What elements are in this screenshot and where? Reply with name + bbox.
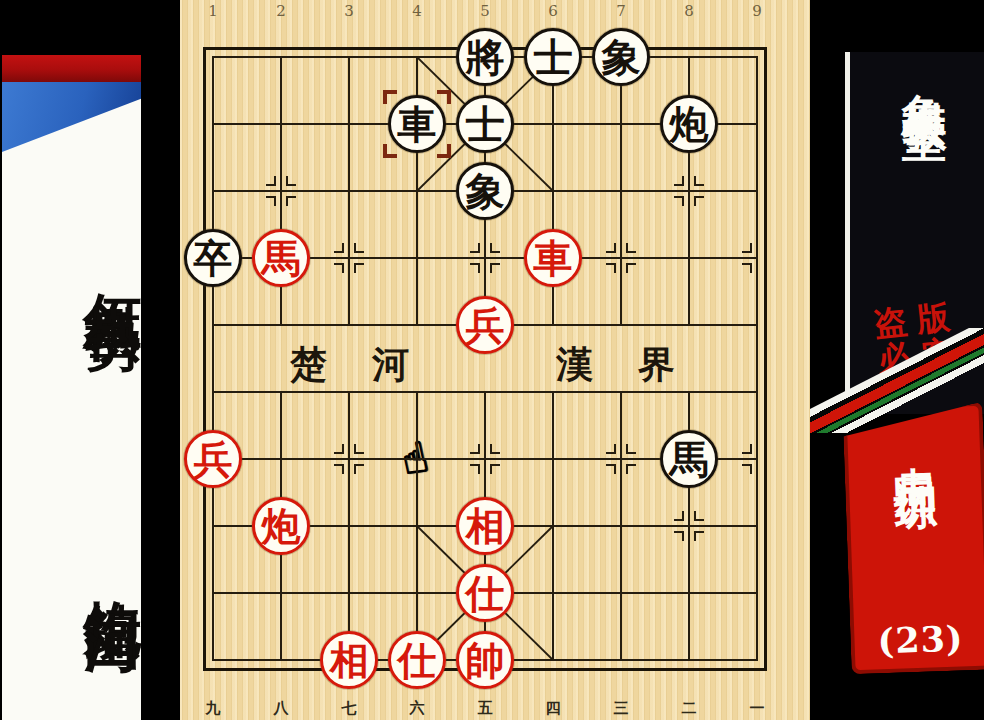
point-marker — [626, 452, 636, 454]
point-marker — [266, 196, 276, 198]
piece-black-cannon[interactable]: 炮 — [660, 95, 718, 153]
right-sidebar: 象棋教室 盗版 必究 中局训练 (23) — [810, 0, 984, 720]
file-label-bottom-3: 七 — [337, 699, 361, 717]
grid-line — [620, 56, 622, 326]
piece-black-general[interactable]: 將 — [456, 28, 514, 86]
selection-bracket — [437, 90, 451, 104]
point-marker — [694, 196, 704, 198]
point-marker — [490, 251, 500, 253]
piece-red-chariot[interactable]: 車 — [524, 229, 582, 287]
point-marker — [674, 196, 684, 198]
piece-red-cannon[interactable]: 炮 — [252, 497, 310, 555]
piece-black-elephant-1[interactable]: 象 — [592, 28, 650, 86]
point-marker — [742, 251, 752, 253]
series-label: 中局训练 — [871, 431, 958, 462]
piece-red-pawn-1[interactable]: 兵 — [456, 296, 514, 354]
selection-bracket — [437, 144, 451, 158]
piece-red-king[interactable]: 帥 — [456, 631, 514, 689]
series-number: (23) — [854, 617, 984, 663]
point-marker — [674, 519, 684, 521]
selection-bracket — [383, 144, 397, 158]
point-marker — [674, 184, 684, 186]
point-marker — [606, 452, 616, 454]
point-marker — [334, 251, 344, 253]
file-label-bottom-8: 二 — [677, 699, 701, 717]
file-label-bottom-4: 六 — [405, 699, 429, 717]
piece-black-pawn[interactable]: 卒 — [184, 229, 242, 287]
file-label-top-9: 9 — [746, 2, 768, 20]
point-marker — [626, 263, 636, 265]
file-label-top-3: 3 — [338, 2, 360, 20]
piece-black-elephant-2[interactable]: 象 — [456, 162, 514, 220]
point-marker — [286, 184, 296, 186]
point-marker — [354, 452, 364, 454]
point-marker — [470, 263, 480, 265]
point-marker — [626, 251, 636, 253]
point-marker — [470, 452, 480, 454]
grid-line — [756, 56, 758, 661]
file-label-bottom-2: 八 — [269, 699, 293, 717]
point-marker — [674, 531, 684, 533]
lesson-frame: 何為棋勢 炮鎮山河 楚河 漢界 ☝ 123456789九八七六五四三二一將士象車… — [0, 0, 984, 720]
piece-red-elephant-2[interactable]: 相 — [320, 631, 378, 689]
point-marker — [742, 263, 752, 265]
grid-line — [416, 391, 418, 661]
file-label-top-6: 6 — [542, 2, 564, 20]
point-marker — [742, 452, 752, 454]
point-marker — [694, 531, 704, 533]
point-marker — [470, 251, 480, 253]
piece-red-elephant-1[interactable]: 相 — [456, 497, 514, 555]
point-marker — [606, 263, 616, 265]
point-marker — [626, 464, 636, 466]
point-marker — [694, 184, 704, 186]
point-marker — [606, 251, 616, 253]
left-banner: 何為棋勢 炮鎮山河 — [0, 0, 180, 720]
file-label-top-8: 8 — [678, 2, 700, 20]
point-marker — [334, 263, 344, 265]
file-label-bottom-1: 九 — [201, 699, 225, 717]
grid-line — [348, 56, 350, 326]
selection-bracket — [383, 90, 397, 104]
piece-red-pawn-2[interactable]: 兵 — [184, 430, 242, 488]
point-marker — [354, 464, 364, 466]
grid-line — [348, 391, 350, 661]
school-label: 象棋教室 — [878, 58, 970, 86]
grid-line — [620, 391, 622, 661]
series-panel: 中局训练 (23) — [842, 402, 984, 675]
point-marker — [606, 464, 616, 466]
river-label-han-jie: 漢界 — [556, 340, 720, 390]
river-label-chu-he: 楚河 — [290, 340, 454, 390]
file-label-top-1: 1 — [202, 2, 224, 20]
grid-line — [552, 391, 554, 661]
point-marker — [286, 196, 296, 198]
file-label-bottom-7: 三 — [609, 699, 633, 717]
point-marker — [490, 452, 500, 454]
grid-line — [212, 56, 214, 661]
file-label-top-2: 2 — [270, 2, 292, 20]
file-label-bottom-5: 五 — [473, 699, 497, 717]
file-label-top-4: 4 — [406, 2, 428, 20]
point-marker — [694, 519, 704, 521]
file-label-top-5: 5 — [474, 2, 496, 20]
point-marker — [470, 464, 480, 466]
point-marker — [334, 464, 344, 466]
file-label-top-7: 7 — [610, 2, 632, 20]
piece-red-advisor-1[interactable]: 仕 — [456, 564, 514, 622]
piece-red-horse[interactable]: 馬 — [252, 229, 310, 287]
piece-black-advisor-2[interactable]: 士 — [456, 95, 514, 153]
point-marker — [266, 184, 276, 186]
point-marker — [742, 464, 752, 466]
piece-black-advisor-1[interactable]: 士 — [524, 28, 582, 86]
banner-subtitle: 炮鎮山河 — [22, 410, 163, 720]
point-marker — [354, 263, 364, 265]
point-marker — [490, 263, 500, 265]
xiangqi-board[interactable]: 楚河 漢界 ☝ 123456789九八七六五四三二一將士象車士炮象卒馬車兵兵馬炮… — [180, 0, 812, 720]
piece-black-horse[interactable]: 馬 — [660, 430, 718, 488]
file-label-bottom-9: 一 — [745, 699, 769, 717]
point-marker — [334, 452, 344, 454]
banner-red-bar — [2, 55, 141, 82]
point-marker — [354, 251, 364, 253]
piece-red-advisor-2[interactable]: 仕 — [388, 631, 446, 689]
file-label-bottom-6: 四 — [541, 699, 565, 717]
banner-title: 何為棋勢 — [22, 104, 163, 414]
point-marker — [490, 464, 500, 466]
